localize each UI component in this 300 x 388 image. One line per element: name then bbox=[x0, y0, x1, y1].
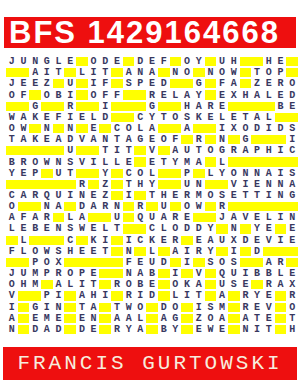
letter-cell: A bbox=[216, 290, 228, 301]
letter-cell: E bbox=[263, 313, 275, 324]
blocked-cell bbox=[41, 169, 53, 178]
letter-cell: A bbox=[216, 313, 228, 324]
blocked-cell bbox=[53, 124, 65, 133]
blocked-cell bbox=[251, 258, 263, 267]
blocked-cell bbox=[158, 247, 170, 256]
letter-cell: E bbox=[41, 134, 53, 145]
letter-cell: B bbox=[275, 101, 287, 112]
letter-cell: A bbox=[158, 313, 170, 324]
blocked-cell bbox=[18, 303, 30, 312]
blocked-cell bbox=[216, 224, 228, 233]
letter-cell: N bbox=[123, 246, 135, 257]
letter-cell: E bbox=[18, 168, 30, 179]
letter-cell: Z bbox=[41, 78, 53, 89]
letter-cell: D bbox=[251, 246, 263, 257]
letter-cell: R bbox=[193, 134, 205, 145]
letter-cell: R bbox=[76, 179, 88, 190]
letter-cell: O bbox=[263, 67, 275, 78]
blocked-cell bbox=[205, 269, 217, 278]
letter-cell: L bbox=[99, 223, 111, 234]
blocked-cell bbox=[181, 79, 193, 88]
letter-cell: B bbox=[134, 279, 146, 290]
letter-cell: D bbox=[240, 235, 252, 246]
blocked-cell bbox=[29, 124, 41, 133]
blocked-cell bbox=[88, 146, 100, 155]
blocked-cell bbox=[263, 202, 275, 211]
letter-cell: E bbox=[76, 246, 88, 257]
blocked-cell bbox=[158, 124, 170, 133]
letter-cell: Q bbox=[216, 268, 228, 279]
letter-cell: P bbox=[41, 290, 53, 301]
letter-cell: D bbox=[76, 201, 88, 212]
letter-cell: I bbox=[99, 101, 111, 112]
letter-cell: U bbox=[53, 168, 65, 179]
letter-cell: A bbox=[111, 313, 123, 324]
letter-cell: M bbox=[181, 156, 193, 167]
blocked-cell bbox=[228, 202, 240, 211]
letter-cell: G bbox=[286, 190, 298, 201]
letter-cell: E bbox=[29, 313, 41, 324]
letter-cell: H bbox=[263, 145, 275, 156]
blocked-cell bbox=[240, 247, 252, 256]
blocked-cell bbox=[158, 269, 170, 278]
letter-cell: A bbox=[158, 212, 170, 223]
letter-cell: C bbox=[286, 145, 298, 156]
blocked-cell bbox=[158, 68, 170, 77]
letter-cell: A bbox=[193, 156, 205, 167]
blocked-cell bbox=[111, 247, 123, 256]
letter-cell: W bbox=[123, 302, 135, 313]
letter-cell: D bbox=[193, 223, 205, 234]
letter-cell: V bbox=[6, 290, 18, 301]
letter-cell: A bbox=[88, 134, 100, 145]
blocked-cell bbox=[275, 202, 287, 211]
letter-cell: O bbox=[6, 279, 18, 290]
blocked-cell bbox=[205, 280, 217, 289]
letter-cell: F bbox=[216, 78, 228, 89]
letter-cell: R bbox=[228, 145, 240, 156]
title-banner: BFS 1429164668 bbox=[4, 17, 296, 48]
letter-cell: Y bbox=[146, 112, 158, 123]
letter-cell: I bbox=[275, 212, 287, 223]
letter-cell: U bbox=[18, 268, 30, 279]
blocked-cell bbox=[123, 90, 135, 99]
blocked-cell bbox=[240, 258, 252, 267]
blocked-cell bbox=[111, 169, 123, 178]
blocked-cell bbox=[170, 79, 182, 88]
letter-cell: E bbox=[193, 235, 205, 246]
blocked-cell bbox=[275, 314, 287, 323]
letter-cell: G bbox=[41, 56, 53, 67]
blocked-cell bbox=[76, 146, 88, 155]
letter-cell: R bbox=[18, 156, 30, 167]
blocked-cell bbox=[263, 135, 275, 144]
blocked-cell bbox=[134, 157, 146, 166]
blocked-cell bbox=[111, 79, 123, 88]
letter-cell: I bbox=[240, 268, 252, 279]
letter-cell: E bbox=[251, 212, 263, 223]
blocked-cell bbox=[111, 191, 123, 200]
letter-cell: R bbox=[41, 212, 53, 223]
letter-cell: Z bbox=[99, 179, 111, 190]
letter-cell: G bbox=[134, 134, 146, 145]
letter-cell: X bbox=[228, 235, 240, 246]
letter-cell: A bbox=[286, 179, 298, 190]
blocked-cell bbox=[76, 169, 88, 178]
letter-cell: M bbox=[41, 313, 53, 324]
letter-cell: E bbox=[251, 179, 263, 190]
author-name: FRANCIS GURTOWSKI bbox=[17, 347, 282, 380]
blocked-cell bbox=[123, 102, 135, 111]
letter-cell: O bbox=[88, 89, 100, 100]
letter-cell: E bbox=[146, 56, 158, 67]
letter-cell: L bbox=[146, 246, 158, 257]
letter-cell: T bbox=[193, 145, 205, 156]
blocked-cell bbox=[181, 314, 193, 323]
letter-cell: K bbox=[88, 235, 100, 246]
letter-cell: R bbox=[111, 279, 123, 290]
letter-cell: N bbox=[216, 134, 228, 145]
blocked-cell bbox=[228, 314, 240, 323]
letter-cell: L bbox=[64, 279, 76, 290]
blocked-cell bbox=[170, 102, 182, 111]
letter-cell: I bbox=[41, 67, 53, 78]
letter-cell: L bbox=[216, 112, 228, 123]
letter-cell: K bbox=[29, 112, 41, 123]
letter-cell: H bbox=[228, 56, 240, 67]
blocked-cell bbox=[205, 57, 217, 66]
letter-cell: R bbox=[170, 235, 182, 246]
letter-cell: U bbox=[216, 56, 228, 67]
letter-cell: E bbox=[216, 324, 228, 335]
blocked-cell bbox=[76, 258, 88, 267]
letter-cell: A bbox=[18, 190, 30, 201]
blocked-cell bbox=[123, 57, 135, 66]
letter-cell: L bbox=[263, 212, 275, 223]
blocked-cell bbox=[228, 135, 240, 144]
blocked-cell bbox=[76, 102, 88, 111]
letter-cell: A bbox=[170, 246, 182, 257]
letter-cell: O bbox=[6, 89, 18, 100]
blocked-cell bbox=[18, 291, 30, 300]
letter-cell: N bbox=[88, 313, 100, 324]
letter-cell: E bbox=[286, 101, 298, 112]
letter-cell: E bbox=[134, 257, 146, 268]
letter-cell: T bbox=[88, 279, 100, 290]
letter-cell: V bbox=[228, 179, 240, 190]
blocked-cell bbox=[64, 202, 76, 211]
blocked-cell bbox=[134, 102, 146, 111]
letter-cell: M bbox=[29, 279, 41, 290]
letter-cell: X bbox=[228, 89, 240, 100]
letter-cell: I bbox=[88, 156, 100, 167]
letter-cell: B bbox=[158, 324, 170, 335]
blocked-cell bbox=[181, 236, 193, 245]
letter-cell: H bbox=[286, 324, 298, 335]
letter-cell: Y bbox=[205, 246, 217, 257]
blocked-cell bbox=[170, 258, 182, 267]
blocked-cell bbox=[251, 280, 263, 289]
blocked-cell bbox=[251, 202, 263, 211]
letter-cell: E bbox=[205, 112, 217, 123]
letter-cell: A bbox=[240, 145, 252, 156]
blocked-cell bbox=[193, 68, 205, 77]
blocked-cell bbox=[88, 180, 100, 189]
letter-cell: Y bbox=[251, 223, 263, 234]
letter-cell: R bbox=[286, 290, 298, 301]
blocked-cell bbox=[275, 157, 287, 166]
letter-cell: A bbox=[146, 67, 158, 78]
letter-cell: D bbox=[146, 290, 158, 301]
blocked-cell bbox=[53, 79, 65, 88]
letter-cell: I bbox=[275, 235, 287, 246]
letter-cell: Y bbox=[193, 89, 205, 100]
blocked-cell bbox=[158, 169, 170, 178]
letter-cell: I bbox=[193, 302, 205, 313]
letter-cell: R bbox=[123, 290, 135, 301]
letter-cell: O bbox=[181, 67, 193, 78]
letter-cell: E bbox=[286, 223, 298, 234]
blocked-cell bbox=[6, 236, 18, 245]
letter-cell: I bbox=[64, 112, 76, 123]
letter-cell: V bbox=[240, 212, 252, 223]
letter-cell: A bbox=[53, 279, 65, 290]
letter-cell: V bbox=[263, 302, 275, 313]
blocked-cell bbox=[134, 224, 146, 233]
blocked-cell bbox=[111, 113, 123, 122]
letter-cell: A bbox=[53, 134, 65, 145]
blocked-cell bbox=[205, 124, 217, 133]
blocked-cell bbox=[193, 258, 205, 267]
letter-cell: E bbox=[263, 78, 275, 89]
letter-cell: T bbox=[99, 246, 111, 257]
blocked-cell bbox=[263, 102, 275, 111]
letter-cell: L bbox=[111, 156, 123, 167]
letter-cell: X bbox=[53, 257, 65, 268]
letter-cell: T bbox=[64, 168, 76, 179]
letter-cell: E bbox=[275, 89, 287, 100]
letter-cell: W bbox=[76, 223, 88, 234]
letter-cell: I bbox=[76, 279, 88, 290]
blocked-cell bbox=[99, 303, 111, 312]
letter-cell: E bbox=[41, 112, 53, 123]
letter-cell: O bbox=[170, 279, 182, 290]
blocked-cell bbox=[205, 202, 217, 211]
letter-cell: N bbox=[53, 156, 65, 167]
letter-cell: D bbox=[181, 223, 193, 234]
letter-cell: I bbox=[263, 190, 275, 201]
letter-cell: D bbox=[99, 112, 111, 123]
letter-cell: A bbox=[240, 313, 252, 324]
letter-cell: C bbox=[111, 123, 123, 134]
letter-cell: Y bbox=[99, 168, 111, 179]
blocked-cell bbox=[99, 314, 111, 323]
letter-cell: O bbox=[205, 190, 217, 201]
letter-cell: T bbox=[263, 324, 275, 335]
blocked-cell bbox=[64, 180, 76, 189]
blocked-cell bbox=[6, 68, 18, 77]
letter-cell: I bbox=[251, 324, 263, 335]
blocked-cell bbox=[6, 258, 18, 267]
blocked-cell bbox=[286, 258, 298, 267]
letter-cell: N bbox=[240, 168, 252, 179]
letter-cell: A bbox=[146, 123, 158, 134]
blocked-cell bbox=[76, 236, 88, 245]
letter-cell: Y bbox=[216, 168, 228, 179]
letter-cell: E bbox=[41, 223, 53, 234]
letter-cell: F bbox=[170, 134, 182, 145]
letter-cell: F bbox=[18, 89, 30, 100]
letter-cell: A bbox=[181, 89, 193, 100]
blocked-cell bbox=[99, 325, 111, 334]
letter-cell: E bbox=[76, 313, 88, 324]
blocked-cell bbox=[134, 90, 146, 99]
letter-cell: T bbox=[251, 313, 263, 324]
letter-cell: J bbox=[6, 78, 18, 89]
letter-cell: E bbox=[263, 223, 275, 234]
blocked-cell bbox=[123, 224, 135, 233]
blocked-cell bbox=[170, 169, 182, 178]
letter-cell: I bbox=[88, 78, 100, 89]
blocked-cell bbox=[240, 157, 252, 166]
letter-cell: L bbox=[64, 212, 76, 223]
blocked-cell bbox=[228, 157, 240, 166]
letter-cell: Y bbox=[146, 179, 158, 190]
blocked-cell bbox=[99, 280, 111, 289]
letter-cell: E bbox=[158, 235, 170, 246]
letter-cell: S bbox=[286, 123, 298, 134]
letter-cell: N bbox=[6, 324, 18, 335]
letter-cell: R bbox=[146, 89, 158, 100]
letter-cell: N bbox=[41, 201, 53, 212]
letter-cell: E bbox=[216, 101, 228, 112]
letter-cell: D bbox=[64, 134, 76, 145]
letter-cell: K bbox=[29, 134, 41, 145]
letter-cell: A bbox=[263, 168, 275, 179]
letter-cell: P bbox=[29, 168, 41, 179]
blocked-cell bbox=[134, 146, 146, 155]
letter-cell: S bbox=[228, 279, 240, 290]
letter-cell: E bbox=[275, 56, 287, 67]
blocked-cell bbox=[181, 303, 193, 312]
letter-cell: I bbox=[123, 190, 135, 201]
blocked-cell bbox=[193, 124, 205, 133]
blocked-cell bbox=[146, 325, 158, 334]
letter-cell: S bbox=[64, 156, 76, 167]
letter-cell: G bbox=[146, 101, 158, 112]
letter-cell: D bbox=[275, 123, 287, 134]
letter-cell: M bbox=[29, 268, 41, 279]
letter-cell: Y bbox=[251, 290, 263, 301]
blocked-cell bbox=[76, 90, 88, 99]
letter-cell: S bbox=[123, 78, 135, 89]
blocked-cell bbox=[286, 113, 298, 122]
letter-cell: F bbox=[18, 212, 30, 223]
blocked-cell bbox=[6, 102, 18, 111]
letter-cell: F bbox=[111, 89, 123, 100]
letter-cell: D bbox=[251, 123, 263, 134]
letter-cell: U bbox=[216, 235, 228, 246]
letter-cell: N bbox=[76, 190, 88, 201]
letter-cell: L bbox=[53, 56, 65, 67]
letter-cell: S bbox=[64, 223, 76, 234]
letter-cell: N bbox=[41, 123, 53, 134]
letter-cell: E bbox=[228, 112, 240, 123]
letter-cell: A bbox=[134, 324, 146, 335]
blocked-cell bbox=[18, 258, 30, 267]
letter-cell: W bbox=[41, 246, 53, 257]
letter-cell: H bbox=[240, 89, 252, 100]
blocked-cell bbox=[18, 146, 30, 155]
letter-cell: N bbox=[228, 223, 240, 234]
letter-cell: L bbox=[134, 313, 146, 324]
blocked-cell bbox=[193, 213, 205, 222]
letter-cell: B bbox=[29, 223, 41, 234]
letter-cell: A bbox=[76, 290, 88, 301]
letter-cell: M bbox=[193, 190, 205, 201]
letter-cell: A bbox=[123, 67, 135, 78]
letter-cell: E bbox=[146, 156, 158, 167]
blocked-cell bbox=[123, 113, 135, 122]
letter-cell: O bbox=[64, 268, 76, 279]
letter-cell: O bbox=[240, 123, 252, 134]
letter-cell: W bbox=[228, 67, 240, 78]
blocked-cell bbox=[263, 157, 275, 166]
author-banner: FRANCIS GURTOWSKI bbox=[3, 347, 297, 380]
letter-cell: A bbox=[29, 212, 41, 223]
blocked-cell bbox=[88, 102, 100, 111]
letter-cell: N bbox=[64, 123, 76, 134]
letter-cell: A bbox=[29, 67, 41, 78]
letter-cell: T bbox=[251, 190, 263, 201]
letter-cell: I bbox=[88, 67, 100, 78]
blocked-cell bbox=[240, 102, 252, 111]
blocked-cell bbox=[158, 180, 170, 189]
letter-cell: R bbox=[181, 190, 193, 201]
blocked-cell bbox=[275, 113, 287, 122]
letter-cell: I bbox=[99, 235, 111, 246]
letter-cell: G bbox=[193, 78, 205, 89]
blocked-cell bbox=[286, 68, 298, 77]
letter-cell: P bbox=[29, 257, 41, 268]
letter-cell: W bbox=[6, 112, 18, 123]
letter-cell: I bbox=[286, 134, 298, 145]
letter-cell: N bbox=[134, 67, 146, 78]
letter-cell: U bbox=[53, 190, 65, 201]
letter-cell: W bbox=[205, 324, 217, 335]
letter-cell: A bbox=[251, 112, 263, 123]
letter-cell: W bbox=[193, 201, 205, 212]
blocked-cell bbox=[6, 146, 18, 155]
letter-cell: O bbox=[158, 134, 170, 145]
letter-cell: O bbox=[134, 168, 146, 179]
letter-cell: D bbox=[76, 324, 88, 335]
letter-cell: V bbox=[263, 235, 275, 246]
letter-cell: G bbox=[29, 302, 41, 313]
blocked-cell bbox=[158, 291, 170, 300]
blocked-cell bbox=[263, 247, 275, 256]
blocked-cell bbox=[53, 236, 65, 245]
letter-cell: L bbox=[76, 67, 88, 78]
letter-cell: N bbox=[193, 179, 205, 190]
blocked-cell bbox=[228, 291, 240, 300]
letter-cell: I bbox=[216, 123, 228, 134]
letter-cell: R bbox=[170, 212, 182, 223]
letter-cell: H bbox=[88, 290, 100, 301]
letter-cell: I bbox=[275, 145, 287, 156]
blocked-cell bbox=[18, 202, 30, 211]
letter-cell: L bbox=[170, 89, 182, 100]
